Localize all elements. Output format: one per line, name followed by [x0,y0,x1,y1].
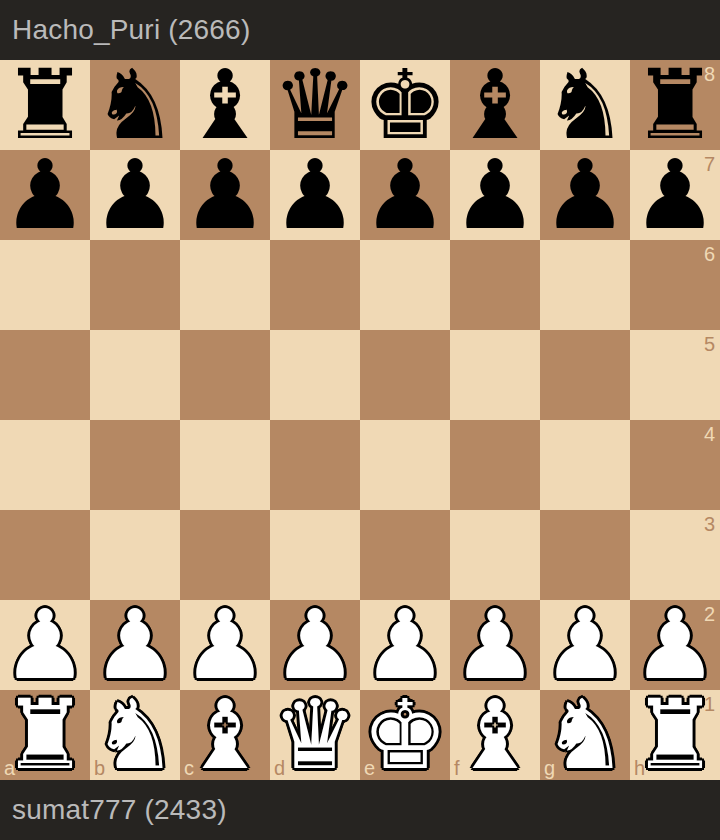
piece-white-knight[interactable]: ♞ [92,687,178,783]
square-d8[interactable]: ♛ [270,60,360,150]
square-b4[interactable] [90,420,180,510]
piece-black-pawn[interactable]: ♟ [452,147,538,243]
square-b1[interactable]: ♞b [90,690,180,780]
square-g4[interactable] [540,420,630,510]
square-f3[interactable] [450,510,540,600]
square-c8[interactable]: ♝ [180,60,270,150]
square-c4[interactable] [180,420,270,510]
square-g7[interactable]: ♟ [540,150,630,240]
square-h8[interactable]: ♜8 [630,60,720,150]
piece-white-king[interactable]: ♚ [362,687,448,783]
top-player-label: Hacho_Puri (2666) [12,14,250,46]
square-d6[interactable] [270,240,360,330]
square-e3[interactable] [360,510,450,600]
square-a4[interactable] [0,420,90,510]
square-b3[interactable] [90,510,180,600]
square-c2[interactable]: ♟ [180,600,270,690]
square-d4[interactable] [270,420,360,510]
square-f8[interactable]: ♝ [450,60,540,150]
piece-black-pawn[interactable]: ♟ [632,147,718,243]
square-d2[interactable]: ♟ [270,600,360,690]
square-h7[interactable]: ♟7 [630,150,720,240]
square-a3[interactable] [0,510,90,600]
square-a6[interactable] [0,240,90,330]
square-g8[interactable]: ♞ [540,60,630,150]
piece-black-pawn[interactable]: ♟ [362,147,448,243]
square-a5[interactable] [0,330,90,420]
piece-black-pawn[interactable]: ♟ [92,147,178,243]
square-d1[interactable]: ♛d [270,690,360,780]
piece-white-queen[interactable]: ♛ [272,687,358,783]
square-e2[interactable]: ♟ [360,600,450,690]
rank-label-6: 6 [704,244,715,264]
square-d5[interactable] [270,330,360,420]
square-e7[interactable]: ♟ [360,150,450,240]
square-g6[interactable] [540,240,630,330]
square-e8[interactable]: ♚ [360,60,450,150]
square-f5[interactable] [450,330,540,420]
piece-black-pawn[interactable]: ♟ [272,147,358,243]
piece-black-pawn[interactable]: ♟ [2,147,88,243]
square-b8[interactable]: ♞ [90,60,180,150]
piece-white-bishop[interactable]: ♝ [182,687,268,783]
square-a1[interactable]: ♜a [0,690,90,780]
piece-white-rook[interactable]: ♜ [632,687,718,783]
square-f1[interactable]: ♝f [450,690,540,780]
piece-white-rook[interactable]: ♜ [2,687,88,783]
square-a7[interactable]: ♟ [0,150,90,240]
square-e5[interactable] [360,330,450,420]
square-h4[interactable]: 4 [630,420,720,510]
square-b6[interactable] [90,240,180,330]
square-b5[interactable] [90,330,180,420]
square-e6[interactable] [360,240,450,330]
rank-label-5: 5 [704,334,715,354]
square-e1[interactable]: ♚e [360,690,450,780]
square-c6[interactable] [180,240,270,330]
square-b2[interactable]: ♟ [90,600,180,690]
square-f2[interactable]: ♟ [450,600,540,690]
square-h3[interactable]: 3 [630,510,720,600]
square-g1[interactable]: ♞g [540,690,630,780]
chess-board: ♜♞♝♛♚♝♞♜8♟♟♟♟♟♟♟♟76543♟♟♟♟♟♟♟♟2♜a♞b♝c♛d♚… [0,60,720,780]
square-c5[interactable] [180,330,270,420]
square-d3[interactable] [270,510,360,600]
piece-black-pawn[interactable]: ♟ [182,147,268,243]
piece-black-pawn[interactable]: ♟ [542,147,628,243]
square-g2[interactable]: ♟ [540,600,630,690]
square-g3[interactable] [540,510,630,600]
square-f7[interactable]: ♟ [450,150,540,240]
square-c3[interactable] [180,510,270,600]
square-f4[interactable] [450,420,540,510]
rank-label-3: 3 [704,514,715,534]
square-c1[interactable]: ♝c [180,690,270,780]
square-g5[interactable] [540,330,630,420]
square-a8[interactable]: ♜ [0,60,90,150]
square-c7[interactable]: ♟ [180,150,270,240]
square-h6[interactable]: 6 [630,240,720,330]
piece-white-knight[interactable]: ♞ [542,687,628,783]
square-h1[interactable]: ♜1h [630,690,720,780]
square-d7[interactable]: ♟ [270,150,360,240]
square-a2[interactable]: ♟ [0,600,90,690]
rank-label-4: 4 [704,424,715,444]
chess-game-screen: Hacho_Puri (2666) ♜♞♝♛♚♝♞♜8♟♟♟♟♟♟♟♟76543… [0,0,720,840]
piece-white-bishop[interactable]: ♝ [452,687,538,783]
square-f6[interactable] [450,240,540,330]
square-h2[interactable]: ♟2 [630,600,720,690]
square-e4[interactable] [360,420,450,510]
square-b7[interactable]: ♟ [90,150,180,240]
bottom-player-label: sumat777 (2433) [12,794,227,826]
square-h5[interactable]: 5 [630,330,720,420]
